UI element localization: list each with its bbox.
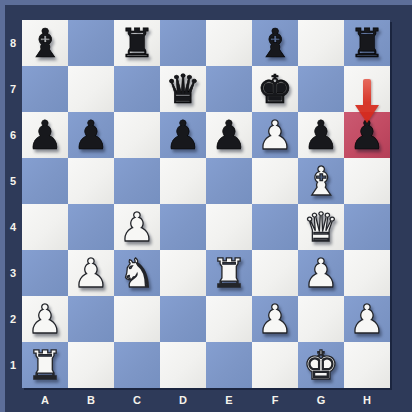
square-a2[interactable]: ♟: [22, 296, 68, 342]
square-e3[interactable]: ♜: [206, 250, 252, 296]
piece-white-bishop[interactable]: ♝: [303, 161, 339, 201]
rank-label-4: 4: [0, 204, 22, 250]
square-d5[interactable]: [160, 158, 206, 204]
square-d1[interactable]: [160, 342, 206, 388]
square-c4[interactable]: ♟: [114, 204, 160, 250]
rank-labels: 87654321: [0, 20, 22, 388]
square-e8[interactable]: [206, 20, 252, 66]
chess-board: ♝♜♝♜♛♚♟♟♟♟♟♟♟♝♟♛♟♞♜♟♟♟♟♜♚: [22, 20, 390, 388]
piece-black-pawn[interactable]: ♟: [211, 115, 247, 155]
square-c1[interactable]: [114, 342, 160, 388]
square-b3[interactable]: ♟: [68, 250, 114, 296]
file-label-f: F: [252, 388, 298, 412]
square-h8[interactable]: ♜: [344, 20, 390, 66]
square-f6[interactable]: ♟: [252, 112, 298, 158]
square-d7[interactable]: ♛: [160, 66, 206, 112]
piece-white-pawn[interactable]: ♟: [257, 299, 293, 339]
square-g3[interactable]: ♟: [298, 250, 344, 296]
square-a1[interactable]: ♜: [22, 342, 68, 388]
square-b8[interactable]: [68, 20, 114, 66]
rank-label-8: 8: [0, 20, 22, 66]
square-e1[interactable]: [206, 342, 252, 388]
square-g5[interactable]: ♝: [298, 158, 344, 204]
piece-black-bishop[interactable]: ♝: [27, 23, 63, 63]
square-h5[interactable]: [344, 158, 390, 204]
square-b4[interactable]: [68, 204, 114, 250]
piece-black-bishop[interactable]: ♝: [257, 23, 293, 63]
square-d2[interactable]: [160, 296, 206, 342]
piece-black-pawn[interactable]: ♟: [303, 115, 339, 155]
file-label-b: B: [68, 388, 114, 412]
piece-black-pawn[interactable]: ♟: [27, 115, 63, 155]
piece-white-queen[interactable]: ♛: [303, 207, 339, 247]
piece-white-pawn[interactable]: ♟: [257, 115, 293, 155]
square-c6[interactable]: [114, 112, 160, 158]
square-a5[interactable]: [22, 158, 68, 204]
square-e4[interactable]: [206, 204, 252, 250]
square-f1[interactable]: [252, 342, 298, 388]
square-a3[interactable]: [22, 250, 68, 296]
square-h4[interactable]: [344, 204, 390, 250]
square-e5[interactable]: [206, 158, 252, 204]
square-d6[interactable]: ♟: [160, 112, 206, 158]
square-h1[interactable]: [344, 342, 390, 388]
rank-label-3: 3: [0, 250, 22, 296]
rank-label-6: 6: [0, 112, 22, 158]
square-g1[interactable]: ♚: [298, 342, 344, 388]
piece-black-queen[interactable]: ♛: [165, 69, 201, 109]
square-a4[interactable]: [22, 204, 68, 250]
square-a7[interactable]: [22, 66, 68, 112]
piece-white-king[interactable]: ♚: [303, 345, 339, 385]
file-label-g: G: [298, 388, 344, 412]
square-c7[interactable]: [114, 66, 160, 112]
file-label-d: D: [160, 388, 206, 412]
square-b2[interactable]: [68, 296, 114, 342]
file-label-h: H: [344, 388, 390, 412]
square-h2[interactable]: ♟: [344, 296, 390, 342]
square-d4[interactable]: [160, 204, 206, 250]
square-h6[interactable]: ♟: [344, 112, 390, 158]
piece-black-pawn[interactable]: ♟: [165, 115, 201, 155]
square-g8[interactable]: [298, 20, 344, 66]
square-c3[interactable]: ♞: [114, 250, 160, 296]
rank-label-1: 1: [0, 342, 22, 388]
square-b1[interactable]: [68, 342, 114, 388]
square-h7[interactable]: [344, 66, 390, 112]
piece-black-rook[interactable]: ♜: [119, 23, 155, 63]
square-c8[interactable]: ♜: [114, 20, 160, 66]
square-e7[interactable]: [206, 66, 252, 112]
piece-white-rook[interactable]: ♜: [27, 345, 63, 385]
frame-bevel-top: [0, 0, 412, 5]
piece-white-pawn[interactable]: ♟: [73, 253, 109, 293]
file-labels: ABCDEFGH: [22, 388, 390, 412]
piece-white-pawn[interactable]: ♟: [349, 299, 385, 339]
square-f8[interactable]: ♝: [252, 20, 298, 66]
rank-label-2: 2: [0, 296, 22, 342]
square-g2[interactable]: [298, 296, 344, 342]
square-f2[interactable]: ♟: [252, 296, 298, 342]
piece-black-pawn[interactable]: ♟: [73, 115, 109, 155]
square-a8[interactable]: ♝: [22, 20, 68, 66]
piece-black-king[interactable]: ♚: [257, 69, 293, 109]
square-h3[interactable]: [344, 250, 390, 296]
square-f4[interactable]: [252, 204, 298, 250]
square-b6[interactable]: ♟: [68, 112, 114, 158]
square-e2[interactable]: [206, 296, 252, 342]
piece-white-rook[interactable]: ♜: [211, 253, 247, 293]
square-a6[interactable]: ♟: [22, 112, 68, 158]
square-g6[interactable]: ♟: [298, 112, 344, 158]
square-b7[interactable]: [68, 66, 114, 112]
square-d3[interactable]: [160, 250, 206, 296]
square-f5[interactable]: [252, 158, 298, 204]
file-label-c: C: [114, 388, 160, 412]
piece-white-knight[interactable]: ♞: [119, 253, 155, 293]
square-f7[interactable]: ♚: [252, 66, 298, 112]
piece-white-pawn[interactable]: ♟: [119, 207, 155, 247]
piece-white-pawn[interactable]: ♟: [303, 253, 339, 293]
piece-white-pawn[interactable]: ♟: [27, 299, 63, 339]
rank-label-5: 5: [0, 158, 22, 204]
square-c5[interactable]: [114, 158, 160, 204]
square-f3[interactable]: [252, 250, 298, 296]
square-b5[interactable]: [68, 158, 114, 204]
rank-label-7: 7: [0, 66, 22, 112]
file-label-e: E: [206, 388, 252, 412]
file-label-a: A: [22, 388, 68, 412]
square-g4[interactable]: ♛: [298, 204, 344, 250]
square-e6[interactable]: ♟: [206, 112, 252, 158]
piece-black-rook[interactable]: ♜: [349, 23, 385, 63]
chess-board-widget: 87654321 ABCDEFGH ♝♜♝♜♛♚♟♟♟♟♟♟♟♝♟♛♟♞♜♟♟♟…: [0, 0, 412, 412]
square-g7[interactable]: [298, 66, 344, 112]
square-c2[interactable]: [114, 296, 160, 342]
square-d8[interactable]: [160, 20, 206, 66]
piece-black-pawn[interactable]: ♟: [349, 115, 385, 155]
